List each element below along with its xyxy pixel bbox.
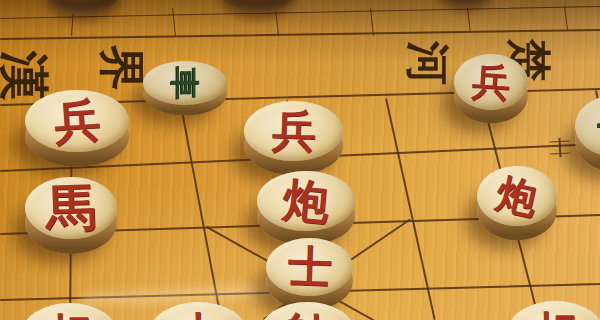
piece-red-advisor-back-cut[interactable]: 士 bbox=[149, 302, 248, 320]
piece-red-elephant-right-cut[interactable]: 相 bbox=[507, 301, 600, 320]
piece-black-soldier-cap-f6[interactable]: 卒 bbox=[438, 0, 492, 5]
soldier-point-marker bbox=[550, 140, 571, 154]
piece-red-cannon-right[interactable]: 炮 bbox=[477, 166, 557, 226]
river-label-he: 河 bbox=[406, 41, 450, 85]
file-line-6-top bbox=[467, 8, 471, 33]
piece-red-soldier-center[interactable]: 兵 bbox=[244, 101, 343, 161]
piece-red-elephant-left-cut[interactable]: 相 bbox=[21, 303, 118, 320]
file-line-5-bottom bbox=[385, 98, 435, 320]
piece-red-general-cut[interactable]: 帥 bbox=[259, 302, 356, 320]
piece-black-chariot[interactable]: 車 bbox=[143, 61, 227, 105]
piece-black-soldier-edge[interactable]: 卒 bbox=[575, 95, 600, 157]
piece-red-horse[interactable]: 馬 bbox=[25, 177, 117, 239]
piece-red-soldier-left[interactable]: 兵 bbox=[25, 90, 129, 152]
piece-black-soldier-cap-f4[interactable]: 卒 bbox=[219, 0, 297, 13]
file-line-3-top bbox=[172, 8, 176, 36]
piece-red-soldier-right[interactable]: 兵 bbox=[454, 54, 528, 110]
piece-red-cannon-center[interactable]: 炮 bbox=[257, 171, 355, 231]
piece-black-soldier-cap-f2[interactable]: 卒 bbox=[45, 0, 121, 15]
file-line-7-top bbox=[564, 6, 568, 30]
xiangqi-board-photo: 漢 界 河 楚 卒 卒 卒 兵 車 兵 卒 兵 炮 炮 bbox=[0, 0, 600, 320]
piece-red-advisor[interactable]: 士 bbox=[266, 238, 353, 296]
river-label-jie: 界 bbox=[99, 45, 145, 91]
